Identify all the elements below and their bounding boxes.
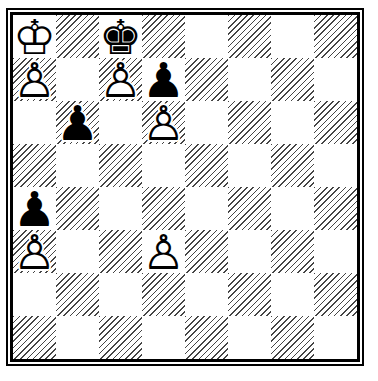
- square-a3[interactable]: ♟♙: [13, 230, 56, 273]
- square-g4[interactable]: [271, 187, 314, 230]
- square-b4[interactable]: [56, 187, 99, 230]
- square-d5[interactable]: [142, 144, 185, 187]
- square-c4[interactable]: [99, 187, 142, 230]
- square-g3[interactable]: [271, 230, 314, 273]
- chess-board: ♚♔♚♟♙♟♙♟♟♟♙♟♟♙♟♙: [13, 15, 357, 359]
- square-g7[interactable]: [271, 58, 314, 101]
- square-e4[interactable]: [185, 187, 228, 230]
- square-d1[interactable]: [142, 316, 185, 359]
- black-pawn-piece[interactable]: ♟: [56, 101, 99, 144]
- square-g2[interactable]: [271, 273, 314, 316]
- square-d6[interactable]: ♟♙: [142, 101, 185, 144]
- square-h5[interactable]: [314, 144, 357, 187]
- square-e8[interactable]: [185, 15, 228, 58]
- square-g5[interactable]: [271, 144, 314, 187]
- square-f5[interactable]: [228, 144, 271, 187]
- square-b1[interactable]: [56, 316, 99, 359]
- square-h8[interactable]: [314, 15, 357, 58]
- square-h4[interactable]: [314, 187, 357, 230]
- white-pawn-piece[interactable]: ♙: [13, 58, 56, 101]
- square-h7[interactable]: [314, 58, 357, 101]
- square-e1[interactable]: [185, 316, 228, 359]
- square-b8[interactable]: [56, 15, 99, 58]
- square-c5[interactable]: [99, 144, 142, 187]
- white-pawn-piece[interactable]: ♙: [142, 101, 185, 144]
- square-a2[interactable]: [13, 273, 56, 316]
- square-a7[interactable]: ♟♙: [13, 58, 56, 101]
- square-a1[interactable]: [13, 316, 56, 359]
- square-f4[interactable]: [228, 187, 271, 230]
- square-b5[interactable]: [56, 144, 99, 187]
- square-b2[interactable]: [56, 273, 99, 316]
- white-pawn-piece[interactable]: ♙: [99, 58, 142, 101]
- square-h3[interactable]: [314, 230, 357, 273]
- square-b3[interactable]: [56, 230, 99, 273]
- square-c2[interactable]: [99, 273, 142, 316]
- square-c6[interactable]: [99, 101, 142, 144]
- square-h6[interactable]: [314, 101, 357, 144]
- square-f2[interactable]: [228, 273, 271, 316]
- square-b6[interactable]: ♟: [56, 101, 99, 144]
- square-d3[interactable]: ♟♙: [142, 230, 185, 273]
- square-e6[interactable]: [185, 101, 228, 144]
- square-h1[interactable]: [314, 316, 357, 359]
- board-frame-inner: ♚♔♚♟♙♟♙♟♟♟♙♟♟♙♟♙: [10, 12, 360, 362]
- board-frame-outer: ♚♔♚♟♙♟♙♟♟♟♙♟♟♙♟♙: [6, 8, 364, 366]
- square-e3[interactable]: [185, 230, 228, 273]
- square-f7[interactable]: [228, 58, 271, 101]
- square-h2[interactable]: [314, 273, 357, 316]
- square-e7[interactable]: [185, 58, 228, 101]
- square-f1[interactable]: [228, 316, 271, 359]
- white-pawn-piece[interactable]: ♙: [142, 230, 185, 273]
- square-e2[interactable]: [185, 273, 228, 316]
- square-c3[interactable]: [99, 230, 142, 273]
- square-f8[interactable]: [228, 15, 271, 58]
- square-g1[interactable]: [271, 316, 314, 359]
- square-d2[interactable]: [142, 273, 185, 316]
- square-g6[interactable]: [271, 101, 314, 144]
- square-f6[interactable]: [228, 101, 271, 144]
- square-a6[interactable]: [13, 101, 56, 144]
- square-c7[interactable]: ♟♙: [99, 58, 142, 101]
- square-e5[interactable]: [185, 144, 228, 187]
- square-f3[interactable]: [228, 230, 271, 273]
- square-g8[interactable]: [271, 15, 314, 58]
- square-c1[interactable]: [99, 316, 142, 359]
- white-pawn-piece[interactable]: ♙: [13, 230, 56, 273]
